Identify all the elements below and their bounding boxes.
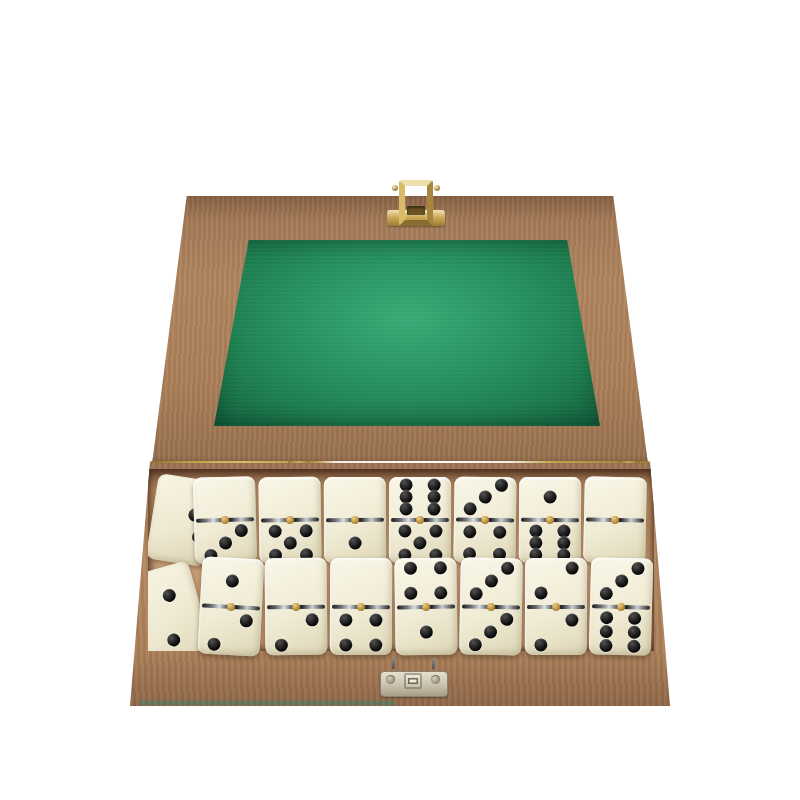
pip [349,536,362,549]
pip [404,587,417,600]
pip [615,574,628,587]
pip [469,587,482,600]
pip [299,525,312,538]
tile-top-half-0 [258,477,321,518]
pip [600,639,613,652]
pip [234,524,247,537]
clasp-catch-slot [408,678,418,684]
pip [600,611,613,624]
domino-tile-1-6[interactable] [519,477,581,563]
pip [219,536,232,549]
tile-top-half-4 [394,558,457,604]
domino-tile-0-0[interactable] [583,476,647,563]
domino-tile-6-5[interactable] [389,477,451,563]
pip [631,561,644,574]
domino-tile-3-4[interactable] [453,477,516,564]
latch-screw-left [392,185,398,191]
brass-spinner-icon [416,516,424,524]
latch-loop-icon [399,180,433,226]
brass-spinner-icon [286,516,294,524]
brass-spinner-icon [611,516,619,524]
pip [239,614,253,628]
tile-top-half-0 [330,558,392,604]
brass-spinner-icon [292,602,300,610]
tile-top-half-1 [200,556,264,605]
tile-top-half-3 [454,477,517,518]
domino-box-scene [0,0,800,800]
base-clasp [380,667,446,697]
clasp-screw-left [386,675,395,684]
box-lid [152,196,648,464]
tile-top-half-1 [519,477,581,517]
tile-top-half-0 [324,477,386,517]
pip [429,525,442,538]
tile-top-half-3 [590,557,653,604]
brass-spinner-icon [357,602,365,610]
tile-top-half-0 [193,476,256,518]
pip [339,638,352,651]
pip [484,626,497,639]
pip [284,536,297,549]
pip [501,561,514,574]
lid-felt-lining [214,240,600,426]
clasp-catch [404,673,422,689]
pip [565,613,578,626]
pip [400,490,413,503]
pip [565,562,578,575]
pip [468,639,481,652]
pip [400,503,413,516]
pip [485,574,498,587]
pip [628,612,641,625]
pip [500,613,513,626]
pip [493,526,506,539]
pip [274,638,287,651]
pip [530,536,543,549]
tile-bottom-half-3 [459,609,522,656]
brass-spinner-icon [481,516,489,524]
tile-bottom-half-4 [330,609,392,655]
pip [479,490,492,503]
tile-top-half-0 [584,476,647,517]
clasp-pin-left [392,658,395,669]
pip [398,525,411,538]
tile-top-half-3 [460,557,523,604]
domino-tile-0-1[interactable] [324,477,386,563]
domino-tile-2-2[interactable] [525,558,587,655]
box-base [130,463,670,706]
latch-screw-right [434,185,440,191]
tile-top-half-6 [389,477,451,517]
clasp-pin-right [432,658,435,669]
clasp-screw-right [431,675,440,684]
pip [420,626,433,639]
pip [599,587,612,600]
domino-tile-4-1[interactable] [394,558,457,656]
pip [161,588,177,604]
pip [534,638,547,651]
domino-row-back [194,477,646,563]
pip [413,536,426,549]
pip [463,525,476,538]
brass-spinner-icon [546,516,554,524]
pip [530,524,543,537]
pip [404,562,417,575]
pip [557,524,570,537]
pip [207,637,221,651]
domino-tile-1-2[interactable] [198,556,265,656]
pip [434,562,447,575]
domino-tile-3-3[interactable] [459,557,523,655]
pip [369,638,382,651]
lid-latch [386,180,446,232]
pip [557,537,570,550]
pip [627,640,640,653]
brass-spinner-icon [422,602,430,610]
pip [494,479,507,492]
pip [544,490,557,503]
domino-tile-3-6[interactable] [589,557,654,656]
pip [400,478,413,491]
pip [226,574,240,588]
domino-tile-0-2[interactable] [264,558,327,656]
latch-slot [407,206,425,215]
pip [340,613,353,626]
pip [369,613,382,626]
tile-bottom-half-2 [198,608,262,657]
pip [534,586,547,599]
domino-tile-0-3[interactable] [193,476,257,564]
domino-tile-0-5[interactable] [258,477,321,564]
pip [305,613,318,626]
tile-top-half-0 [264,558,326,604]
domino-tile-0-4[interactable] [330,558,393,655]
pip [427,478,440,491]
tile-bottom-half-6 [589,609,652,656]
domino-row-front [200,558,652,655]
pip [600,625,613,638]
pip [268,525,281,538]
pip [434,586,447,599]
tile-bottom-half-1 [395,609,458,655]
brass-spinner-icon [351,516,359,524]
tile-bottom-half-2 [525,609,587,655]
pip [427,503,440,516]
pip [166,631,182,647]
pip [627,626,640,639]
tile-bottom-half-2 [265,609,327,655]
felt-underedge [140,701,395,705]
pip [427,491,440,504]
tile-top-half-2 [525,558,587,604]
brass-spinner-icon [552,602,560,610]
pip [463,502,476,515]
